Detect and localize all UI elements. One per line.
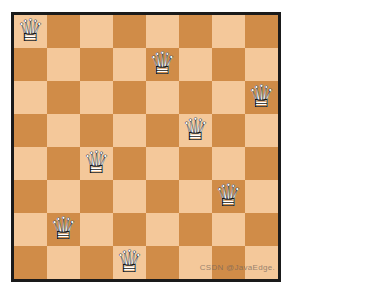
- square-g6: [212, 81, 245, 114]
- square-d4: [113, 147, 146, 180]
- square-b2: ♛♕: [47, 213, 80, 246]
- square-d2: [113, 213, 146, 246]
- square-c2: [80, 213, 113, 246]
- chessboard: ♛♕♛♕♛♕♛♕♛♕♛♕♛♕♛♕: [14, 15, 278, 279]
- square-b7: [47, 48, 80, 81]
- square-g8: [212, 15, 245, 48]
- white-queen: ♛♕: [113, 246, 146, 279]
- square-b3: [47, 180, 80, 213]
- square-h7: [245, 48, 278, 81]
- square-a8: ♛♕: [14, 15, 47, 48]
- square-g3: ♛♕: [212, 180, 245, 213]
- white-queen: ♛♕: [245, 81, 278, 114]
- square-b5: [47, 114, 80, 147]
- queen-outline-glyph: ♕: [182, 114, 210, 145]
- square-f3: [179, 180, 212, 213]
- square-b6: [47, 81, 80, 114]
- square-c3: [80, 180, 113, 213]
- square-e1: [146, 246, 179, 279]
- square-h6: ♛♕: [245, 81, 278, 114]
- white-queen: ♛♕: [80, 147, 113, 180]
- square-f1: [179, 246, 212, 279]
- square-a1: [14, 246, 47, 279]
- square-a3: [14, 180, 47, 213]
- page: { "game": "chess", "puzzle": "eight-quee…: [0, 0, 392, 302]
- square-g2: [212, 213, 245, 246]
- square-e2: [146, 213, 179, 246]
- square-g7: [212, 48, 245, 81]
- square-c4: ♛♕: [80, 147, 113, 180]
- square-e3: [146, 180, 179, 213]
- square-a4: [14, 147, 47, 180]
- queen-outline-glyph: ♕: [50, 213, 78, 244]
- queen-outline-glyph: ♕: [248, 81, 276, 112]
- square-d8: [113, 15, 146, 48]
- square-c1: [80, 246, 113, 279]
- square-h1: [245, 246, 278, 279]
- square-f7: [179, 48, 212, 81]
- square-c7: [80, 48, 113, 81]
- square-a6: [14, 81, 47, 114]
- queen-outline-glyph: ♕: [215, 180, 243, 211]
- square-d7: [113, 48, 146, 81]
- square-h4: [245, 147, 278, 180]
- square-a7: [14, 48, 47, 81]
- white-queen: ♛♕: [179, 114, 212, 147]
- square-h3: [245, 180, 278, 213]
- square-h8: [245, 15, 278, 48]
- square-b4: [47, 147, 80, 180]
- square-f5: ♛♕: [179, 114, 212, 147]
- square-c8: [80, 15, 113, 48]
- chessboard-frame: ♛♕♛♕♛♕♛♕♛♕♛♕♛♕♛♕ CSDN @JavaEdge.: [11, 12, 281, 282]
- square-e6: [146, 81, 179, 114]
- square-e8: [146, 15, 179, 48]
- square-g4: [212, 147, 245, 180]
- square-b1: [47, 246, 80, 279]
- white-queen: ♛♕: [47, 213, 80, 246]
- square-d1: ♛♕: [113, 246, 146, 279]
- white-queen: ♛♕: [14, 15, 47, 48]
- queen-outline-glyph: ♕: [149, 48, 177, 79]
- square-c6: [80, 81, 113, 114]
- square-a2: [14, 213, 47, 246]
- white-queen: ♛♕: [146, 48, 179, 81]
- square-f6: [179, 81, 212, 114]
- square-g5: [212, 114, 245, 147]
- square-h5: [245, 114, 278, 147]
- square-g1: [212, 246, 245, 279]
- square-e5: [146, 114, 179, 147]
- queen-outline-glyph: ♕: [83, 147, 111, 178]
- queen-outline-glyph: ♕: [17, 15, 45, 46]
- square-d6: [113, 81, 146, 114]
- square-e7: ♛♕: [146, 48, 179, 81]
- square-f2: [179, 213, 212, 246]
- square-f4: [179, 147, 212, 180]
- square-d3: [113, 180, 146, 213]
- square-b8: [47, 15, 80, 48]
- square-f8: [179, 15, 212, 48]
- queen-outline-glyph: ♕: [116, 246, 144, 277]
- square-h2: [245, 213, 278, 246]
- white-queen: ♛♕: [212, 180, 245, 213]
- square-c5: [80, 114, 113, 147]
- square-a5: [14, 114, 47, 147]
- square-e4: [146, 147, 179, 180]
- square-d5: [113, 114, 146, 147]
